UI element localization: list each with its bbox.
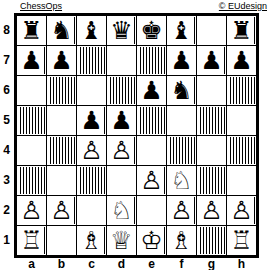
white-rook-piece: ♖ [20,227,43,254]
square-a3[interactable] [17,166,46,195]
file-label-g: g [197,259,226,270]
square-b8[interactable]: ♞ [47,16,76,45]
square-d2[interactable]: ♘ [107,196,136,225]
black-knight-piece: ♞ [50,17,73,44]
square-f8[interactable]: ♝ [167,16,196,45]
square-h3[interactable] [227,166,256,195]
file-label-f: f [167,259,196,270]
square-b5[interactable] [47,106,76,135]
white-pawn-piece: ♙ [170,197,193,224]
square-h1[interactable]: ♖ [227,226,256,255]
square-d6[interactable] [107,76,136,105]
square-d3[interactable] [107,166,136,195]
square-b2[interactable]: ♙ [47,196,76,225]
rank-label-3: 3 [0,166,13,195]
square-a4[interactable] [17,136,46,165]
square-f7[interactable]: ♟ [167,46,196,75]
white-pawn-piece: ♙ [110,137,133,164]
black-knight-piece: ♞ [170,77,193,104]
square-h6[interactable] [227,76,256,105]
rank-label-2: 2 [0,196,13,225]
file-label-a: a [17,259,46,270]
square-c6[interactable] [77,76,106,105]
file-label-h: h [227,259,256,270]
square-h8[interactable]: ♜ [227,16,256,45]
square-f6[interactable]: ♞ [167,76,196,105]
square-a8[interactable]: ♜ [17,16,46,45]
square-c1[interactable]: ♗ [77,226,106,255]
square-e2[interactable] [137,196,166,225]
square-b3[interactable] [47,166,76,195]
app-title: ChessOps [20,1,62,12]
square-h7[interactable]: ♟ [227,46,256,75]
black-pawn-piece: ♟ [110,107,133,134]
rank-labels: 87654321 [0,13,13,258]
square-f5[interactable] [167,106,196,135]
black-bishop-piece: ♝ [80,17,103,44]
square-c5[interactable]: ♟ [77,106,106,135]
black-king-piece: ♚ [140,17,163,44]
copyright-credit: © EUdesign [219,1,267,12]
square-d8[interactable]: ♛ [107,16,136,45]
black-pawn-piece: ♟ [230,47,253,74]
white-pawn-piece: ♙ [20,197,43,224]
white-king-piece: ♔ [140,227,163,254]
square-g7[interactable]: ♟ [197,46,226,75]
file-label-c: c [77,259,106,270]
square-f1[interactable]: ♗ [167,226,196,255]
black-pawn-piece: ♟ [170,47,193,74]
black-rook-piece: ♜ [20,17,43,44]
rank-label-1: 1 [0,226,13,255]
white-pawn-piece: ♙ [140,167,163,194]
black-bishop-piece: ♝ [170,17,193,44]
white-bishop-piece: ♗ [170,227,193,254]
square-e5[interactable] [137,106,166,135]
rank-label-5: 5 [0,106,13,135]
white-pawn-piece: ♙ [230,197,253,224]
black-pawn-piece: ♟ [80,107,103,134]
square-e1[interactable]: ♔ [137,226,166,255]
square-b7[interactable]: ♟ [47,46,76,75]
chess-board: ♜♞♝♛♚♝♜♟♟♟♟♟♟♞♟♟♙♙♙♘♙♙♘♙♙♙♖♗♕♔♗♖ [14,13,259,258]
square-g5[interactable] [197,106,226,135]
black-queen-piece: ♛ [110,17,133,44]
square-h4[interactable] [227,136,256,165]
square-g6[interactable] [197,76,226,105]
white-rook-piece: ♖ [230,227,253,254]
black-pawn-piece: ♟ [140,77,163,104]
white-queen-piece: ♕ [110,227,133,254]
file-labels: abcdefgh [14,259,259,270]
square-d5[interactable]: ♟ [107,106,136,135]
white-pawn-piece: ♙ [80,137,103,164]
square-h5[interactable] [227,106,256,135]
rank-label-8: 8 [0,16,13,45]
square-f4[interactable] [167,136,196,165]
square-h2[interactable]: ♙ [227,196,256,225]
square-b4[interactable] [47,136,76,165]
black-rook-piece: ♜ [230,17,253,44]
square-c8[interactable]: ♝ [77,16,106,45]
square-g2[interactable]: ♙ [197,196,226,225]
file-label-d: d [107,259,136,270]
square-a7[interactable]: ♟ [17,46,46,75]
square-d1[interactable]: ♕ [107,226,136,255]
file-label-b: b [47,259,76,270]
rank-label-6: 6 [0,76,13,105]
square-g3[interactable] [197,166,226,195]
black-pawn-piece: ♟ [20,47,43,74]
square-g4[interactable] [197,136,226,165]
square-e8[interactable]: ♚ [137,16,166,45]
rank-label-7: 7 [0,46,13,75]
square-f2[interactable]: ♙ [167,196,196,225]
square-c4[interactable]: ♙ [77,136,106,165]
square-e6[interactable]: ♟ [137,76,166,105]
square-b6[interactable] [47,76,76,105]
white-knight-piece: ♘ [170,167,193,194]
square-f3[interactable]: ♘ [167,166,196,195]
square-c3[interactable] [77,166,106,195]
square-b1[interactable] [47,226,76,255]
rank-label-4: 4 [0,136,13,165]
white-knight-piece: ♘ [110,197,133,224]
file-label-e: e [137,259,166,270]
square-g8[interactable] [197,16,226,45]
square-a5[interactable] [17,106,46,135]
square-c2[interactable] [77,196,106,225]
square-e4[interactable] [137,136,166,165]
square-c7[interactable] [77,46,106,75]
white-pawn-piece: ♙ [50,197,73,224]
square-e7[interactable] [137,46,166,75]
square-d4[interactable]: ♙ [107,136,136,165]
white-bishop-piece: ♗ [80,227,103,254]
black-pawn-piece: ♟ [50,47,73,74]
square-g1[interactable] [197,226,226,255]
square-a1[interactable]: ♖ [17,226,46,255]
white-pawn-piece: ♙ [200,197,223,224]
square-e3[interactable]: ♙ [137,166,166,195]
square-d7[interactable] [107,46,136,75]
black-pawn-piece: ♟ [200,47,223,74]
square-a2[interactable]: ♙ [17,196,46,225]
square-a6[interactable] [17,76,46,105]
